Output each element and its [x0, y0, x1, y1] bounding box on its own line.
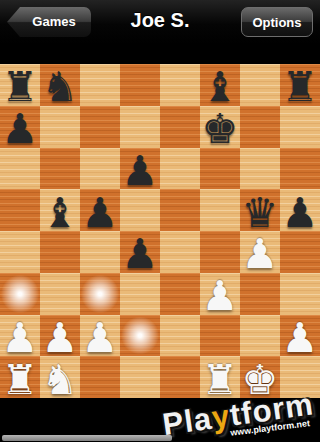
square-a4[interactable] — [0, 231, 40, 273]
square-c5[interactable]: ♟ — [80, 189, 120, 231]
square-b1[interactable]: ♞ — [40, 356, 80, 398]
square-a8[interactable]: ♜ — [0, 64, 40, 106]
options-button[interactable]: Options — [241, 7, 313, 37]
square-e8[interactable] — [160, 64, 200, 106]
highlight-glow-d2 — [120, 315, 160, 357]
square-h3[interactable] — [280, 273, 320, 315]
square-g7[interactable] — [240, 106, 280, 148]
piece-black-king[interactable]: ♚ — [200, 109, 240, 151]
square-c3[interactable] — [80, 273, 120, 315]
square-g4[interactable]: ♟ — [240, 231, 280, 273]
square-h7[interactable] — [280, 106, 320, 148]
square-f8[interactable]: ♝ — [200, 64, 240, 106]
square-f6[interactable] — [200, 148, 240, 190]
square-f4[interactable] — [200, 231, 240, 273]
square-h6[interactable] — [280, 148, 320, 190]
square-e7[interactable] — [160, 106, 200, 148]
piece-white-pawn[interactable]: ♟ — [80, 318, 120, 360]
piece-white-pawn[interactable]: ♟ — [40, 318, 80, 360]
highlight-glow-a3 — [0, 273, 40, 315]
square-b8[interactable]: ♞ — [40, 64, 80, 106]
piece-white-knight[interactable]: ♞ — [40, 359, 80, 401]
square-h4[interactable] — [280, 231, 320, 273]
chess-board: ♜♞♝♜♟♚♟♝♟♛♟♟♟♟♟♟♟♟♜♞♜♚ — [0, 64, 320, 398]
piece-black-bishop[interactable]: ♝ — [200, 67, 240, 109]
square-d7[interactable] — [120, 106, 160, 148]
square-d4[interactable]: ♟ — [120, 231, 160, 273]
square-b2[interactable]: ♟ — [40, 315, 80, 357]
square-a1[interactable]: ♜ — [0, 356, 40, 398]
square-a5[interactable] — [0, 189, 40, 231]
square-f3[interactable]: ♟ — [200, 273, 240, 315]
square-g2[interactable] — [240, 315, 280, 357]
piece-black-pawn[interactable]: ♟ — [0, 109, 40, 151]
watermark-strip: Playtform www.playtform.net — [0, 398, 320, 442]
piece-black-rook[interactable]: ♜ — [280, 67, 320, 109]
square-b4[interactable] — [40, 231, 80, 273]
square-d6[interactable]: ♟ — [120, 148, 160, 190]
square-e2[interactable] — [160, 315, 200, 357]
square-f7[interactable]: ♚ — [200, 106, 240, 148]
square-b3[interactable] — [40, 273, 80, 315]
square-e3[interactable] — [160, 273, 200, 315]
square-b7[interactable] — [40, 106, 80, 148]
square-g6[interactable] — [240, 148, 280, 190]
square-a7[interactable]: ♟ — [0, 106, 40, 148]
square-e1[interactable] — [160, 356, 200, 398]
square-c2[interactable]: ♟ — [80, 315, 120, 357]
piece-black-pawn[interactable]: ♟ — [120, 234, 160, 276]
piece-black-rook[interactable]: ♜ — [0, 67, 40, 109]
square-c7[interactable] — [80, 106, 120, 148]
square-c6[interactable] — [80, 148, 120, 190]
bottom-gray-bar — [2, 435, 172, 441]
square-g3[interactable] — [240, 273, 280, 315]
square-d2[interactable] — [120, 315, 160, 357]
square-a2[interactable]: ♟ — [0, 315, 40, 357]
navigation-bar: Games Joe S. Options — [0, 0, 320, 44]
piece-black-knight[interactable]: ♞ — [40, 67, 80, 109]
square-d3[interactable] — [120, 273, 160, 315]
square-d1[interactable] — [120, 356, 160, 398]
square-f5[interactable] — [200, 189, 240, 231]
piece-white-rook[interactable]: ♜ — [200, 359, 240, 401]
piece-white-pawn[interactable]: ♟ — [200, 276, 240, 318]
piece-black-queen[interactable]: ♛ — [240, 192, 280, 234]
highlight-glow-c3 — [80, 273, 120, 315]
square-e6[interactable] — [160, 148, 200, 190]
square-c1[interactable] — [80, 356, 120, 398]
square-a3[interactable] — [0, 273, 40, 315]
square-f1[interactable]: ♜ — [200, 356, 240, 398]
square-a6[interactable] — [0, 148, 40, 190]
square-g8[interactable] — [240, 64, 280, 106]
square-e4[interactable] — [160, 231, 200, 273]
square-c8[interactable] — [80, 64, 120, 106]
square-f2[interactable] — [200, 315, 240, 357]
square-h8[interactable]: ♜ — [280, 64, 320, 106]
square-e5[interactable] — [160, 189, 200, 231]
piece-black-pawn[interactable]: ♟ — [120, 151, 160, 193]
piece-white-pawn[interactable]: ♟ — [280, 318, 320, 360]
piece-black-bishop[interactable]: ♝ — [40, 192, 80, 234]
square-h2[interactable]: ♟ — [280, 315, 320, 357]
piece-white-rook[interactable]: ♜ — [0, 359, 40, 401]
square-h5[interactable]: ♟ — [280, 189, 320, 231]
square-d8[interactable] — [120, 64, 160, 106]
piece-white-pawn[interactable]: ♟ — [240, 234, 280, 276]
piece-white-pawn[interactable]: ♟ — [0, 318, 40, 360]
square-b6[interactable] — [40, 148, 80, 190]
square-c4[interactable] — [80, 231, 120, 273]
square-b5[interactable]: ♝ — [40, 189, 80, 231]
piece-black-pawn[interactable]: ♟ — [80, 192, 120, 234]
piece-black-pawn[interactable]: ♟ — [280, 192, 320, 234]
square-g5[interactable]: ♛ — [240, 189, 280, 231]
square-d5[interactable] — [120, 189, 160, 231]
